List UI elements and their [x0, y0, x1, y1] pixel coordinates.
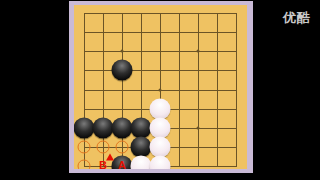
youku-watermark: 优酷 — [283, 9, 311, 27]
white-stone — [150, 136, 171, 157]
black-stone — [93, 117, 114, 138]
white-stone — [150, 98, 171, 119]
circle-marker — [78, 160, 91, 170]
star-point — [121, 50, 124, 53]
grid-line-v — [198, 13, 199, 167]
black-stone — [131, 117, 152, 138]
white-stone — [131, 156, 152, 170]
point-label-a: A — [118, 160, 126, 170]
star-point — [197, 50, 200, 53]
black-stone — [131, 136, 152, 157]
grid-line-v — [217, 13, 218, 167]
black-stone — [112, 60, 133, 81]
star-point — [197, 126, 200, 129]
circle-marker — [116, 140, 129, 153]
video-frame: AB — [69, 1, 253, 173]
grid-line-v — [179, 13, 180, 167]
white-stone — [150, 156, 171, 170]
circle-marker — [97, 140, 110, 153]
circle-marker — [78, 140, 91, 153]
go-board: AB — [74, 5, 247, 169]
star-point — [159, 88, 162, 91]
point-label-b: B — [99, 160, 107, 170]
white-stone — [150, 117, 171, 138]
grid-line-v — [236, 13, 237, 167]
black-stone — [74, 117, 95, 138]
triangle-marker — [106, 154, 114, 161]
black-stone — [112, 117, 133, 138]
